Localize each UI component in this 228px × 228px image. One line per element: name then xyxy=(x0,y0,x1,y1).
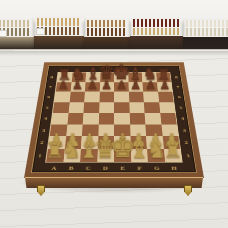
set-pieces-row xyxy=(186,28,228,35)
set-pieces-row xyxy=(133,19,180,27)
set-box xyxy=(34,36,84,50)
set-box xyxy=(130,36,183,50)
background-chess-set-2 xyxy=(34,18,84,50)
price-tag xyxy=(0,30,7,37)
background-chess-set-5 xyxy=(183,20,228,50)
set-pieces-row xyxy=(186,20,228,27)
price-tag xyxy=(36,28,45,35)
set-pieces-row xyxy=(133,28,180,36)
set-pieces-row xyxy=(87,20,127,27)
board-front-edge xyxy=(25,177,203,188)
background-chess-set-3 xyxy=(84,20,130,50)
table-surface xyxy=(0,50,228,228)
shelf-shadow xyxy=(0,51,228,56)
set-pieces-row xyxy=(37,18,81,26)
background-chess-set-1 xyxy=(0,20,34,50)
background-chess-set-4 xyxy=(130,19,183,50)
product-photo: ♜♞♝♛♚♝♞♜♟♟♟♟♟♟♟♟♟♟♟♟♟♟♟♟♜♞♝♛♚♝♞♜ ABCDEFG… xyxy=(0,0,228,228)
set-pieces-row xyxy=(87,28,127,35)
set-pieces-row xyxy=(0,20,31,27)
